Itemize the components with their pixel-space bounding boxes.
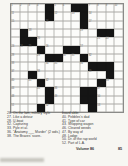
cell-number: 10 xyxy=(114,4,117,7)
white-square[interactable] xyxy=(37,96,46,104)
white-square[interactable] xyxy=(28,96,37,104)
cell-number: 24 xyxy=(20,45,23,48)
cell-number: 48 xyxy=(11,95,14,98)
white-square[interactable] xyxy=(37,12,46,20)
cell-number: 2 xyxy=(20,4,21,7)
white-square[interactable] xyxy=(54,71,63,79)
white-square[interactable]: 26 xyxy=(45,46,54,54)
white-square[interactable]: 30 xyxy=(63,54,72,62)
white-square[interactable]: 29 xyxy=(37,54,46,62)
cell-number: 14 xyxy=(89,12,92,15)
white-square[interactable] xyxy=(114,96,123,104)
cell-number: 51 xyxy=(11,104,14,107)
white-square[interactable]: 38 xyxy=(37,71,46,79)
white-square[interactable] xyxy=(114,87,123,95)
clue-item: 38. The Braves’ score- xyxy=(7,135,60,139)
white-square[interactable] xyxy=(63,71,72,79)
cell-number: 46 xyxy=(54,87,57,90)
cell-number: 13 xyxy=(71,12,74,15)
white-square[interactable] xyxy=(114,79,123,87)
white-square[interactable] xyxy=(20,71,29,79)
white-square[interactable]: 3 xyxy=(28,4,37,12)
white-square[interactable] xyxy=(37,21,46,29)
cell-number: 31 xyxy=(71,54,74,57)
white-square[interactable] xyxy=(54,21,63,29)
black-square xyxy=(88,96,97,104)
white-square[interactable]: 19 xyxy=(80,29,89,37)
white-square[interactable] xyxy=(28,62,37,70)
white-square[interactable] xyxy=(97,12,106,20)
white-square[interactable] xyxy=(20,12,29,20)
white-square[interactable]: 18 xyxy=(28,29,37,37)
white-square[interactable] xyxy=(71,37,80,45)
volume-label: Volume 86 xyxy=(76,147,94,151)
cell-number: 15 xyxy=(11,20,14,23)
cell-number: 20 xyxy=(37,37,40,40)
white-square[interactable] xyxy=(63,79,72,87)
cell-number: 40 xyxy=(11,79,14,82)
cell-number: 35 xyxy=(54,62,57,65)
white-square[interactable] xyxy=(80,71,89,79)
white-square[interactable] xyxy=(63,37,72,45)
white-square[interactable] xyxy=(63,21,72,29)
white-square[interactable]: 17 xyxy=(88,21,97,29)
cell-number: 9 xyxy=(106,4,107,7)
white-square[interactable] xyxy=(45,29,54,37)
white-square[interactable]: 27 xyxy=(80,46,89,54)
white-square[interactable] xyxy=(114,29,123,37)
white-square[interactable]: 24 xyxy=(20,46,29,54)
white-square[interactable]: 4 xyxy=(37,4,46,12)
page-footer: Volume 86 85 xyxy=(76,147,122,151)
white-square[interactable] xyxy=(71,21,80,29)
white-square[interactable]: 15 xyxy=(11,21,20,29)
white-square[interactable]: 41 xyxy=(28,79,37,87)
white-square[interactable] xyxy=(80,79,89,87)
white-square[interactable] xyxy=(97,71,106,79)
cell-number: 37 xyxy=(11,70,14,73)
black-square xyxy=(20,29,29,37)
cell-number: 39 xyxy=(89,70,92,73)
cell-number: 25 xyxy=(28,45,31,48)
black-square xyxy=(106,62,115,70)
white-square[interactable]: 39 xyxy=(88,71,97,79)
clue-item: 52. Part of L.A. xyxy=(62,142,123,146)
cell-number: 29 xyxy=(37,54,40,57)
white-square[interactable] xyxy=(20,96,29,104)
white-square[interactable]: 13 xyxy=(71,12,80,20)
white-square[interactable] xyxy=(71,79,80,87)
clue-number: 38. xyxy=(7,134,13,138)
clue-number: 52. xyxy=(62,141,68,145)
white-square[interactable]: 43 xyxy=(106,79,115,87)
white-square[interactable]: 35 xyxy=(54,62,63,70)
cell-number: 6 xyxy=(63,4,64,7)
white-square[interactable] xyxy=(114,12,123,20)
white-square[interactable] xyxy=(71,87,80,95)
white-square[interactable] xyxy=(71,96,80,104)
crossword-grid: 1234567891011121314151617181920212223242… xyxy=(10,3,124,113)
cell-number: 8 xyxy=(97,4,98,7)
white-square[interactable] xyxy=(20,21,29,29)
white-square[interactable] xyxy=(20,62,29,70)
cell-number: 34 xyxy=(46,62,49,65)
cell-number: 28 xyxy=(11,54,14,57)
cell-number: 52 xyxy=(46,104,49,107)
cell-number: 21 xyxy=(97,37,100,40)
cell-number: 33 xyxy=(11,62,14,65)
white-square[interactable] xyxy=(114,62,123,70)
cell-number: 16 xyxy=(46,20,49,23)
white-square[interactable] xyxy=(106,87,115,95)
white-square[interactable]: 25 xyxy=(28,46,37,54)
white-square[interactable] xyxy=(97,46,106,54)
white-square[interactable]: 34 xyxy=(45,62,54,70)
white-square[interactable]: 6 xyxy=(63,4,72,12)
cell-number: 42 xyxy=(46,79,49,82)
white-square[interactable] xyxy=(54,46,63,54)
white-square[interactable]: 2 xyxy=(20,4,29,12)
page-number: 85 xyxy=(118,147,122,151)
white-square[interactable]: 49 xyxy=(54,96,63,104)
black-square xyxy=(80,87,89,95)
white-square[interactable]: 36 xyxy=(80,62,89,70)
white-square[interactable] xyxy=(54,37,63,45)
white-square[interactable] xyxy=(20,79,29,87)
white-square[interactable] xyxy=(63,12,72,20)
white-square[interactable] xyxy=(114,54,123,62)
white-square[interactable]: 20 xyxy=(37,37,46,45)
white-square[interactable] xyxy=(106,54,115,62)
puzzle-page: 1234567891011121314151617181920212223242… xyxy=(0,0,128,166)
white-square[interactable] xyxy=(28,54,37,62)
black-square xyxy=(88,87,97,95)
cell-number: 17 xyxy=(89,20,92,23)
cell-number: 27 xyxy=(80,45,83,48)
white-square[interactable] xyxy=(97,21,106,29)
white-square[interactable]: 21 xyxy=(97,37,106,45)
white-square[interactable] xyxy=(28,87,37,95)
black-square xyxy=(80,4,89,12)
white-square[interactable] xyxy=(63,96,72,104)
cell-number: 18 xyxy=(28,29,31,32)
white-square[interactable] xyxy=(28,12,37,20)
white-square[interactable] xyxy=(71,71,80,79)
white-square[interactable] xyxy=(54,29,63,37)
clue-column-left: 26. On the lam, military style27. Like a… xyxy=(7,112,60,138)
white-square[interactable] xyxy=(106,12,115,20)
cell-number: 44 xyxy=(11,87,14,90)
white-square[interactable] xyxy=(114,46,123,54)
cell-number: 43 xyxy=(106,79,109,82)
cell-number: 12 xyxy=(54,12,57,15)
white-square[interactable] xyxy=(106,46,115,54)
cell-number: 5 xyxy=(54,4,55,7)
white-square[interactable] xyxy=(71,29,80,37)
cell-number: 53 xyxy=(97,104,100,107)
white-square[interactable] xyxy=(97,54,106,62)
white-square[interactable]: 10 xyxy=(114,4,123,12)
white-square[interactable] xyxy=(20,54,29,62)
white-square[interactable]: 32 xyxy=(88,54,97,62)
cell-number: 7 xyxy=(89,4,90,7)
cell-number: 45 xyxy=(37,87,40,90)
white-square[interactable]: 9 xyxy=(106,4,115,12)
cell-number: 19 xyxy=(80,29,83,32)
cell-number: 11 xyxy=(11,12,14,15)
white-square[interactable] xyxy=(63,62,72,70)
white-square[interactable] xyxy=(71,62,80,70)
black-square xyxy=(45,87,54,95)
white-square[interactable] xyxy=(63,87,72,95)
white-square[interactable]: 12 xyxy=(54,12,63,20)
cell-number: 3 xyxy=(28,4,29,7)
white-square[interactable]: 31 xyxy=(71,54,80,62)
cell-number: 4 xyxy=(37,4,38,7)
white-square[interactable]: 16 xyxy=(45,21,54,29)
white-square[interactable] xyxy=(106,96,115,104)
cell-number: 23 xyxy=(11,45,14,48)
white-square[interactable] xyxy=(63,29,72,37)
cell-number: 41 xyxy=(28,79,31,82)
cell-number: 36 xyxy=(80,62,83,65)
black-square xyxy=(45,4,54,12)
cell-number: 49 xyxy=(54,95,57,98)
white-square[interactable] xyxy=(114,21,123,29)
white-square[interactable] xyxy=(11,29,20,37)
cell-number: 26 xyxy=(46,45,49,48)
black-square xyxy=(97,62,106,70)
white-square[interactable] xyxy=(88,37,97,45)
white-square[interactable] xyxy=(88,29,97,37)
white-square[interactable] xyxy=(106,21,115,29)
black-square xyxy=(80,96,89,104)
white-square[interactable]: 42 xyxy=(45,79,54,87)
cell-number: 30 xyxy=(63,54,66,57)
white-square[interactable]: 8 xyxy=(97,4,106,12)
cell-number: 47 xyxy=(97,87,100,90)
white-square[interactable] xyxy=(88,79,97,87)
white-square[interactable] xyxy=(20,87,29,95)
black-square xyxy=(80,12,89,20)
cell-number: 1 xyxy=(11,4,12,7)
cell-number: 22 xyxy=(106,37,109,40)
clue-column-right: board abbr.40. Pebbles’s dad41. Type of … xyxy=(62,112,123,146)
white-square[interactable]: 22 xyxy=(106,37,115,45)
cell-number: 38 xyxy=(37,70,40,73)
cell-number: 32 xyxy=(89,54,92,57)
scan-artifact xyxy=(0,158,44,162)
white-square[interactable]: 45 xyxy=(37,87,46,95)
cell-number: 50 xyxy=(97,95,100,98)
white-square[interactable] xyxy=(114,71,123,79)
white-square[interactable] xyxy=(114,37,123,45)
